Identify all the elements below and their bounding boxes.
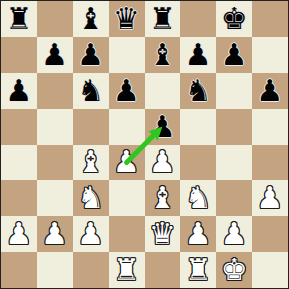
square-a5[interactable] (1, 109, 37, 145)
square-e6[interactable] (145, 73, 181, 109)
square-d4[interactable]: ♟ (109, 145, 145, 181)
piece-black-pawn[interactable]: ♟ (77, 40, 104, 70)
square-g6[interactable] (216, 73, 252, 109)
square-e2[interactable]: ♛ (145, 216, 181, 252)
piece-white-pawn[interactable]: ♟ (221, 219, 248, 249)
square-f5[interactable] (180, 109, 216, 145)
square-c4[interactable]: ♝ (73, 145, 109, 181)
square-b1[interactable] (37, 252, 73, 288)
square-a2[interactable]: ♟ (1, 216, 37, 252)
chess-board-frame: ♜♝♛♜♚♟♟♝♟♟♟♞♟♞♟♟♝♟♟♞♝♞♟♟♟♟♛♟♟♜♜♚ (0, 0, 289, 289)
square-c7[interactable]: ♟ (73, 37, 109, 73)
piece-white-pawn[interactable]: ♟ (257, 183, 284, 213)
piece-black-pawn[interactable]: ♟ (41, 40, 68, 70)
square-b8[interactable] (37, 1, 73, 37)
square-f8[interactable] (180, 1, 216, 37)
square-h6[interactable]: ♟ (252, 73, 288, 109)
square-g1[interactable]: ♚ (216, 252, 252, 288)
square-a7[interactable] (1, 37, 37, 73)
square-b3[interactable] (37, 180, 73, 216)
piece-black-bishop[interactable]: ♝ (77, 4, 104, 34)
square-h1[interactable] (252, 252, 288, 288)
square-e8[interactable]: ♜ (145, 1, 181, 37)
square-f2[interactable]: ♟ (180, 216, 216, 252)
square-a4[interactable] (1, 145, 37, 181)
piece-black-pawn[interactable]: ♟ (113, 76, 140, 106)
piece-black-pawn[interactable]: ♟ (5, 76, 32, 106)
square-h3[interactable]: ♟ (252, 180, 288, 216)
piece-black-pawn[interactable]: ♟ (185, 40, 212, 70)
square-a8[interactable]: ♜ (1, 1, 37, 37)
square-d2[interactable] (109, 216, 145, 252)
square-c3[interactable]: ♞ (73, 180, 109, 216)
square-b6[interactable] (37, 73, 73, 109)
piece-black-knight[interactable]: ♞ (185, 76, 212, 106)
square-e4[interactable]: ♟ (145, 145, 181, 181)
piece-white-queen[interactable]: ♛ (149, 219, 176, 249)
piece-white-pawn[interactable]: ♟ (5, 219, 32, 249)
piece-white-pawn[interactable]: ♟ (77, 219, 104, 249)
piece-black-pawn[interactable]: ♟ (149, 112, 176, 142)
square-b4[interactable] (37, 145, 73, 181)
square-d3[interactable] (109, 180, 145, 216)
square-f1[interactable]: ♜ (180, 252, 216, 288)
square-b5[interactable] (37, 109, 73, 145)
square-h8[interactable] (252, 1, 288, 37)
square-h2[interactable] (252, 216, 288, 252)
square-d5[interactable] (109, 109, 145, 145)
square-f6[interactable]: ♞ (180, 73, 216, 109)
square-c2[interactable]: ♟ (73, 216, 109, 252)
piece-white-king[interactable]: ♚ (221, 255, 248, 285)
square-b7[interactable]: ♟ (37, 37, 73, 73)
square-a3[interactable] (1, 180, 37, 216)
square-h5[interactable] (252, 109, 288, 145)
piece-black-queen[interactable]: ♛ (113, 4, 140, 34)
chess-board: ♜♝♛♜♚♟♟♝♟♟♟♞♟♞♟♟♝♟♟♞♝♞♟♟♟♟♛♟♟♜♜♚ (1, 1, 288, 288)
piece-white-pawn[interactable]: ♟ (185, 219, 212, 249)
square-g3[interactable] (216, 180, 252, 216)
piece-black-knight[interactable]: ♞ (77, 76, 104, 106)
square-d7[interactable] (109, 37, 145, 73)
square-g8[interactable]: ♚ (216, 1, 252, 37)
piece-white-rook[interactable]: ♜ (113, 255, 140, 285)
square-d6[interactable]: ♟ (109, 73, 145, 109)
square-f4[interactable] (180, 145, 216, 181)
square-e7[interactable]: ♝ (145, 37, 181, 73)
piece-black-pawn[interactable]: ♟ (257, 76, 284, 106)
square-a6[interactable]: ♟ (1, 73, 37, 109)
square-c1[interactable] (73, 252, 109, 288)
square-b2[interactable]: ♟ (37, 216, 73, 252)
square-e5[interactable]: ♟ (145, 109, 181, 145)
piece-black-rook[interactable]: ♜ (149, 4, 176, 34)
piece-white-pawn[interactable]: ♟ (41, 219, 68, 249)
piece-black-pawn[interactable]: ♟ (221, 40, 248, 70)
piece-black-rook[interactable]: ♜ (5, 4, 32, 34)
square-c8[interactable]: ♝ (73, 1, 109, 37)
square-g4[interactable] (216, 145, 252, 181)
square-a1[interactable] (1, 252, 37, 288)
square-h7[interactable] (252, 37, 288, 73)
square-g7[interactable]: ♟ (216, 37, 252, 73)
piece-white-knight[interactable]: ♞ (185, 183, 212, 213)
piece-white-pawn[interactable]: ♟ (149, 147, 176, 177)
square-d8[interactable]: ♛ (109, 1, 145, 37)
piece-black-king[interactable]: ♚ (221, 4, 248, 34)
piece-white-rook[interactable]: ♜ (185, 255, 212, 285)
piece-white-knight[interactable]: ♞ (77, 183, 104, 213)
square-c5[interactable] (73, 109, 109, 145)
piece-white-bishop[interactable]: ♝ (149, 183, 176, 213)
piece-white-pawn[interactable]: ♟ (113, 147, 140, 177)
square-f7[interactable]: ♟ (180, 37, 216, 73)
square-e1[interactable] (145, 252, 181, 288)
square-h4[interactable] (252, 145, 288, 181)
square-g2[interactable]: ♟ (216, 216, 252, 252)
square-g5[interactable] (216, 109, 252, 145)
piece-white-bishop[interactable]: ♝ (77, 147, 104, 177)
square-e3[interactable]: ♝ (145, 180, 181, 216)
piece-black-bishop[interactable]: ♝ (149, 40, 176, 70)
square-d1[interactable]: ♜ (109, 252, 145, 288)
square-f3[interactable]: ♞ (180, 180, 216, 216)
square-c6[interactable]: ♞ (73, 73, 109, 109)
